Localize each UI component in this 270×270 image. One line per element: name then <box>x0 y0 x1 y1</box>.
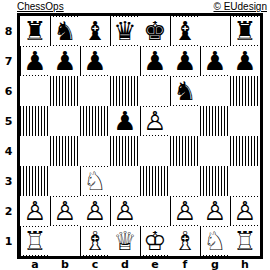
square-b8[interactable]: ♞ <box>50 16 80 46</box>
square-e3[interactable] <box>140 166 170 196</box>
file-label-g: g <box>200 259 230 270</box>
white-bishop[interactable]: ♗ <box>82 227 108 255</box>
square-d2[interactable]: ♙ <box>110 196 140 226</box>
square-g2[interactable]: ♙ <box>200 196 230 226</box>
square-f6[interactable]: ♞ <box>170 76 200 106</box>
rank-label-4: 4 <box>0 136 17 166</box>
black-pawn[interactable]: ♟ <box>232 47 258 75</box>
file-label-h: h <box>230 259 260 270</box>
rank-label-3: 3 <box>0 166 17 196</box>
rank-label-1: 1 <box>0 226 17 256</box>
black-pawn[interactable]: ♟ <box>22 47 48 75</box>
square-e4[interactable] <box>140 136 170 166</box>
square-c2[interactable]: ♙ <box>80 196 110 226</box>
black-bishop[interactable]: ♝ <box>172 17 198 45</box>
square-a1[interactable]: ♖ <box>20 226 50 256</box>
square-b6[interactable] <box>50 76 80 106</box>
square-b2[interactable]: ♙ <box>50 196 80 226</box>
square-h7[interactable]: ♟ <box>230 46 260 76</box>
white-knight[interactable]: ♘ <box>202 227 228 255</box>
square-a6[interactable] <box>20 76 50 106</box>
rank-label-6: 6 <box>0 76 17 106</box>
square-c3[interactable]: ♘ <box>80 166 110 196</box>
square-g1[interactable]: ♘ <box>200 226 230 256</box>
square-c8[interactable]: ♝ <box>80 16 110 46</box>
white-bishop[interactable]: ♗ <box>172 227 198 255</box>
black-knight[interactable]: ♞ <box>52 17 78 45</box>
black-pawn[interactable]: ♟ <box>52 47 78 75</box>
black-pawn[interactable]: ♟ <box>112 107 138 135</box>
board-area: 87654321 ♜♞♝♛♚♝♜♟♟♟♟♟♟♟♞♟♙♘♙♙♙♙♙♙♙♖♗♕♔♗♘… <box>0 13 270 259</box>
white-rook[interactable]: ♖ <box>232 227 258 255</box>
square-h3[interactable] <box>230 166 260 196</box>
square-g5[interactable] <box>200 106 230 136</box>
app-title-link[interactable]: ChessOps <box>17 1 64 12</box>
square-f5[interactable] <box>170 106 200 136</box>
square-f8[interactable]: ♝ <box>170 16 200 46</box>
rank-label-8: 8 <box>0 16 17 46</box>
square-b4[interactable] <box>50 136 80 166</box>
square-f4[interactable] <box>170 136 200 166</box>
square-h6[interactable] <box>230 76 260 106</box>
square-f1[interactable]: ♗ <box>170 226 200 256</box>
white-pawn[interactable]: ♙ <box>202 197 228 225</box>
square-h8[interactable]: ♜ <box>230 16 260 46</box>
square-h5[interactable] <box>230 106 260 136</box>
header-bar: ChessOps © EUdesign <box>0 0 270 13</box>
file-label-d: d <box>110 259 140 270</box>
square-g7[interactable]: ♟ <box>200 46 230 76</box>
square-a8[interactable]: ♜ <box>20 16 50 46</box>
black-pawn[interactable]: ♟ <box>142 47 168 75</box>
square-h2[interactable]: ♙ <box>230 196 260 226</box>
square-d8[interactable]: ♛ <box>110 16 140 46</box>
black-pawn[interactable]: ♟ <box>202 47 228 75</box>
square-d7[interactable] <box>110 46 140 76</box>
white-pawn[interactable]: ♙ <box>172 197 198 225</box>
black-rook[interactable]: ♜ <box>232 17 258 45</box>
file-label-f: f <box>170 259 200 270</box>
square-h1[interactable]: ♖ <box>230 226 260 256</box>
square-a4[interactable] <box>20 136 50 166</box>
white-pawn[interactable]: ♙ <box>22 197 48 225</box>
file-label-b: b <box>50 259 80 270</box>
rank-label-2: 2 <box>0 196 17 226</box>
square-h4[interactable] <box>230 136 260 166</box>
white-knight[interactable]: ♘ <box>82 167 108 195</box>
square-b3[interactable] <box>50 166 80 196</box>
chess-board: ♜♞♝♛♚♝♜♟♟♟♟♟♟♟♞♟♙♘♙♙♙♙♙♙♙♖♗♕♔♗♘♖ <box>17 13 263 259</box>
square-d4[interactable] <box>110 136 140 166</box>
square-e5[interactable]: ♙ <box>140 106 170 136</box>
white-pawn[interactable]: ♙ <box>142 107 168 135</box>
white-pawn[interactable]: ♙ <box>82 197 108 225</box>
square-g8[interactable] <box>200 16 230 46</box>
square-e7[interactable]: ♟ <box>140 46 170 76</box>
file-labels: abcdefgh <box>20 259 270 270</box>
square-c1[interactable]: ♗ <box>80 226 110 256</box>
square-e8[interactable]: ♚ <box>140 16 170 46</box>
file-label-a: a <box>20 259 50 270</box>
black-knight[interactable]: ♞ <box>172 77 198 105</box>
copyright-link[interactable]: © EUdesign <box>213 1 267 12</box>
square-b7[interactable]: ♟ <box>50 46 80 76</box>
square-g6[interactable] <box>200 76 230 106</box>
white-pawn[interactable]: ♙ <box>52 197 78 225</box>
white-king[interactable]: ♔ <box>142 227 168 255</box>
square-f3[interactable] <box>170 166 200 196</box>
chessops-diagram: ChessOps © EUdesign 87654321 ♜♞♝♛♚♝♜♟♟♟♟… <box>0 0 270 270</box>
square-c4[interactable] <box>80 136 110 166</box>
square-c7[interactable]: ♟ <box>80 46 110 76</box>
square-f7[interactable]: ♟ <box>170 46 200 76</box>
rank-label-7: 7 <box>0 46 17 76</box>
square-c5[interactable] <box>80 106 110 136</box>
square-d3[interactable] <box>110 166 140 196</box>
white-rook[interactable]: ♖ <box>22 227 48 255</box>
square-a5[interactable] <box>20 106 50 136</box>
file-label-e: e <box>140 259 170 270</box>
square-d6[interactable] <box>110 76 140 106</box>
square-b1[interactable] <box>50 226 80 256</box>
rank-labels: 87654321 <box>0 13 17 256</box>
black-queen[interactable]: ♛ <box>112 17 138 45</box>
square-e2[interactable] <box>140 196 170 226</box>
square-e1[interactable]: ♔ <box>140 226 170 256</box>
square-f2[interactable]: ♙ <box>170 196 200 226</box>
square-g3[interactable] <box>200 166 230 196</box>
square-a3[interactable] <box>20 166 50 196</box>
black-rook[interactable]: ♜ <box>22 17 48 45</box>
rank-label-5: 5 <box>0 106 17 136</box>
square-c6[interactable] <box>80 76 110 106</box>
square-g4[interactable] <box>200 136 230 166</box>
square-a7[interactable]: ♟ <box>20 46 50 76</box>
square-b5[interactable] <box>50 106 80 136</box>
black-bishop[interactable]: ♝ <box>82 17 108 45</box>
white-queen[interactable]: ♕ <box>112 227 138 255</box>
black-pawn[interactable]: ♟ <box>82 47 108 75</box>
white-pawn[interactable]: ♙ <box>232 197 258 225</box>
square-e6[interactable] <box>140 76 170 106</box>
file-label-c: c <box>80 259 110 270</box>
black-king[interactable]: ♚ <box>142 17 168 45</box>
square-d1[interactable]: ♕ <box>110 226 140 256</box>
white-pawn[interactable]: ♙ <box>112 197 138 225</box>
square-d5[interactable]: ♟ <box>110 106 140 136</box>
square-a2[interactable]: ♙ <box>20 196 50 226</box>
black-pawn[interactable]: ♟ <box>172 47 198 75</box>
